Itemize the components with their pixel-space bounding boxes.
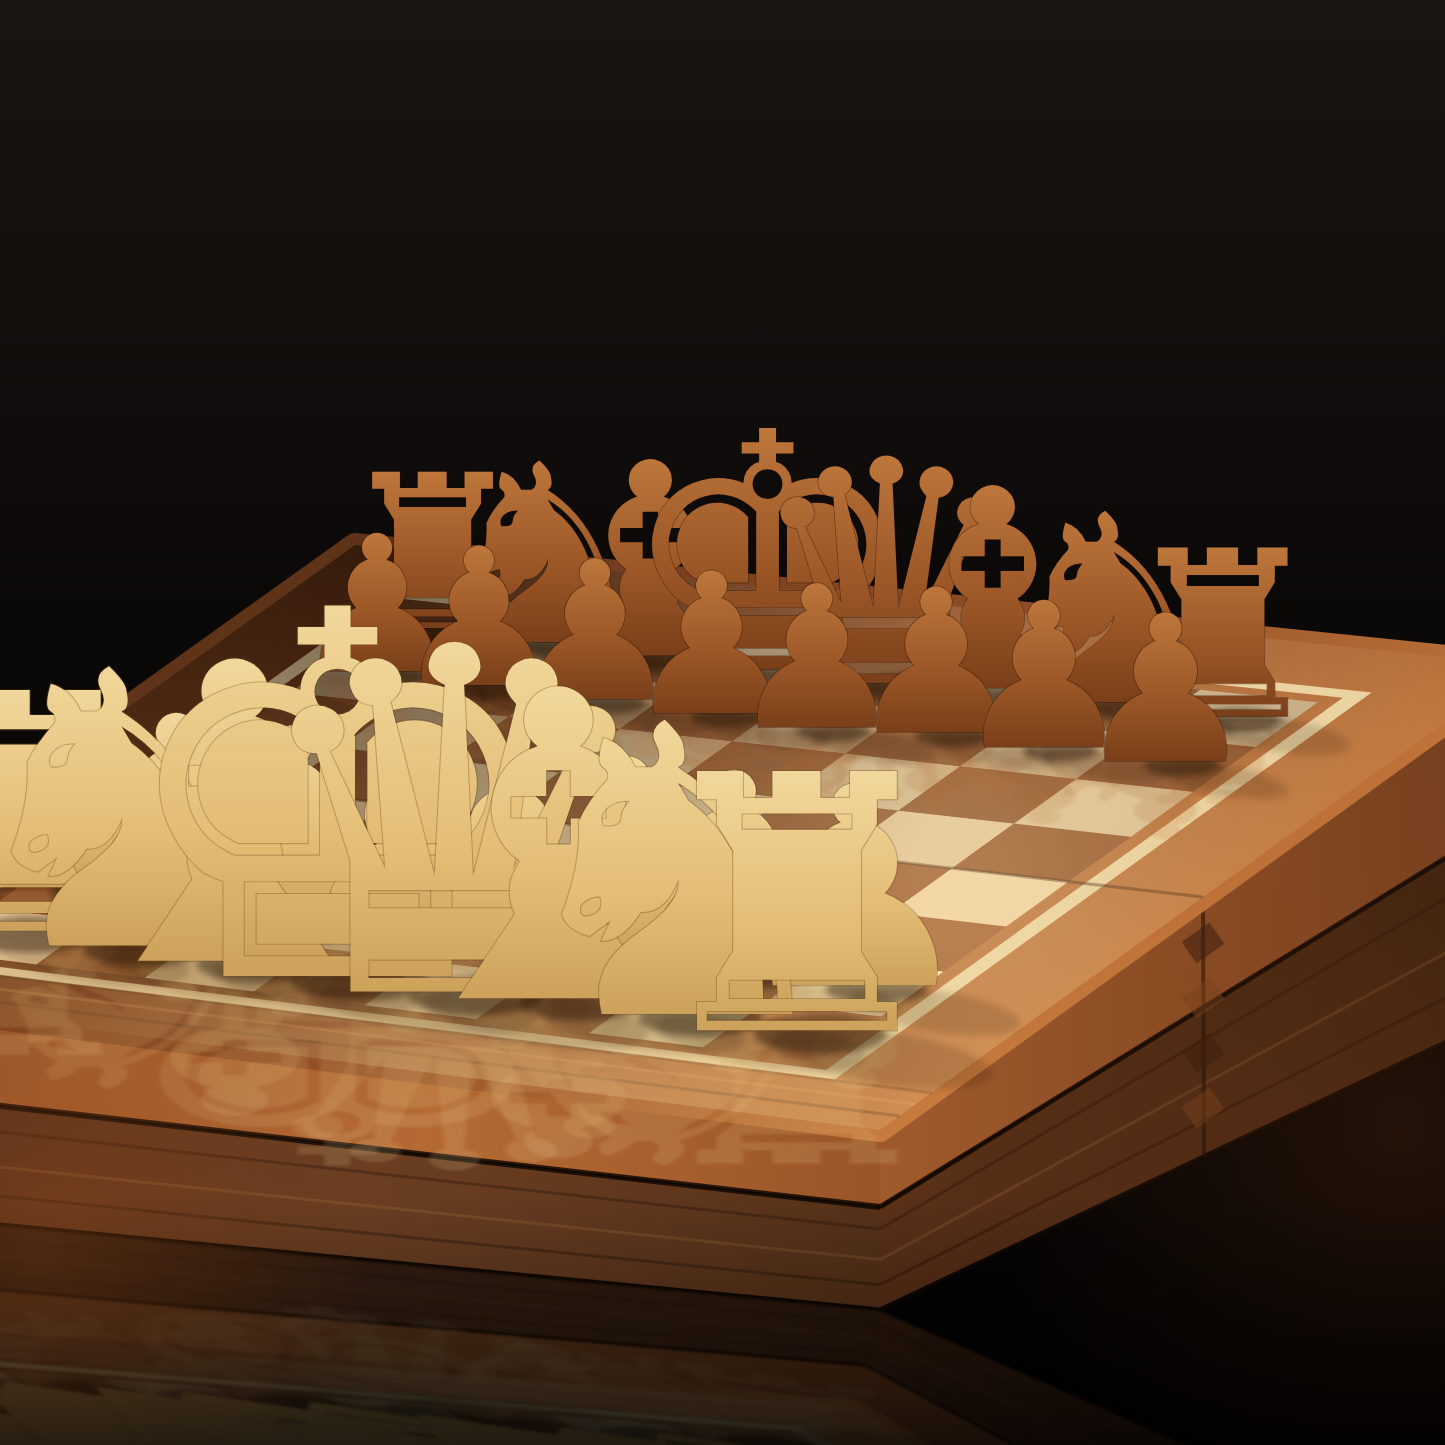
chess-set-photo: ♜♞♝♚♟♛♟♝♟♞♟♜♟♟♟♟♟♟♟♜♟♞♟♟♝♟♚♟♛♝♞♜♜♞♝♚♟♛♟♝…	[0, 0, 1445, 1445]
photo-stage: ♜♞♝♚♟♛♟♝♟♞♟♜♟♟♟♟♟♟♟♜♟♞♟♟♝♟♚♟♛♝♞♜♜♞♝♚♟♛♟♝…	[0, 0, 1445, 1445]
reflection-fade	[0, 1195, 1445, 1445]
